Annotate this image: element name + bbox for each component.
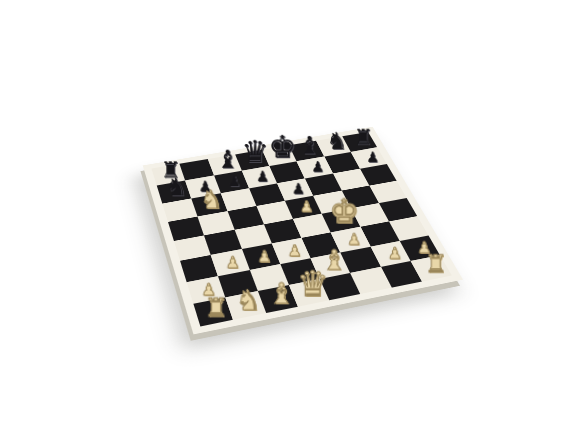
piece-black-b-f8[interactable]: ♝ [299, 133, 321, 157]
piece-white-p-c3[interactable]: ♟ [257, 249, 271, 265]
piece-white-p-f3[interactable]: ♟ [347, 232, 361, 247]
piece-black-b-c8[interactable]: ♝ [216, 147, 238, 172]
piece-black-p-e6[interactable]: ♟ [292, 182, 305, 197]
piece-black-q-d8[interactable]: ♛ [241, 137, 268, 167]
board-grid: ♜♝♛♚♝♞♜♞♟♟♟♟♟♞♟♟♚♟♟♟♟♟♝♟♟♜♞♝♛♜ [152, 132, 452, 327]
piece-black-p-f7[interactable]: ♟ [311, 160, 324, 174]
piece-black-p-h7[interactable]: ♟ [366, 150, 379, 164]
piece-white-b-c1[interactable]: ♝ [268, 279, 294, 307]
square-a7[interactable]: ♞ [157, 181, 192, 204]
piece-black-n-a7[interactable]: ♞ [165, 175, 187, 199]
square-a1[interactable]: ♜ [193, 297, 233, 326]
piece-white-k-f4[interactable]: ♚ [330, 195, 360, 228]
square-c4[interactable] [234, 224, 272, 249]
piece-black-k-e8[interactable]: ♚ [269, 131, 297, 162]
piece-black-r-h8[interactable]: ♜ [354, 127, 373, 148]
piece-black-p-d7[interactable]: ♟ [256, 169, 269, 183]
chessboard: ♜♝♛♚♝♞♜♞♟♟♟♟♟♞♟♟♚♟♟♟♟♟♝♟♟♜♞♝♛♜ [143, 127, 463, 335]
square-c1[interactable]: ♝ [257, 285, 297, 313]
piece-white-p-b3[interactable]: ♟ [226, 255, 240, 271]
chess-set-photo: ♜♝♛♚♝♞♜♞♟♟♟♟♟♞♟♟♚♟♟♟♟♟♝♟♟♜♞♝♛♜ [164, 90, 422, 348]
piece-white-n-b1[interactable]: ♞ [236, 287, 261, 315]
piece-white-r-a1[interactable]: ♜ [205, 295, 228, 321]
piece-white-p-e5[interactable]: ♟ [300, 200, 313, 215]
square-d5[interactable] [256, 201, 293, 225]
square-b1[interactable]: ♞ [226, 291, 266, 320]
piece-white-p-g2[interactable]: ♟ [387, 246, 401, 262]
piece-white-p-d3[interactable]: ♟ [287, 243, 301, 259]
piece-white-n-b6[interactable]: ♞ [201, 187, 223, 212]
piece-white-r-h1[interactable]: ♜ [425, 252, 447, 276]
piece-black-p-c7[interactable]: ♟ [227, 174, 240, 189]
piece-black-n-g8[interactable]: ♞ [326, 130, 347, 153]
piece-white-q-d1[interactable]: ♛ [297, 266, 328, 301]
photo-canvas: { "game": "chess", "set_style": "Bauhaus… [0, 0, 570, 448]
square-a4[interactable] [174, 235, 211, 261]
